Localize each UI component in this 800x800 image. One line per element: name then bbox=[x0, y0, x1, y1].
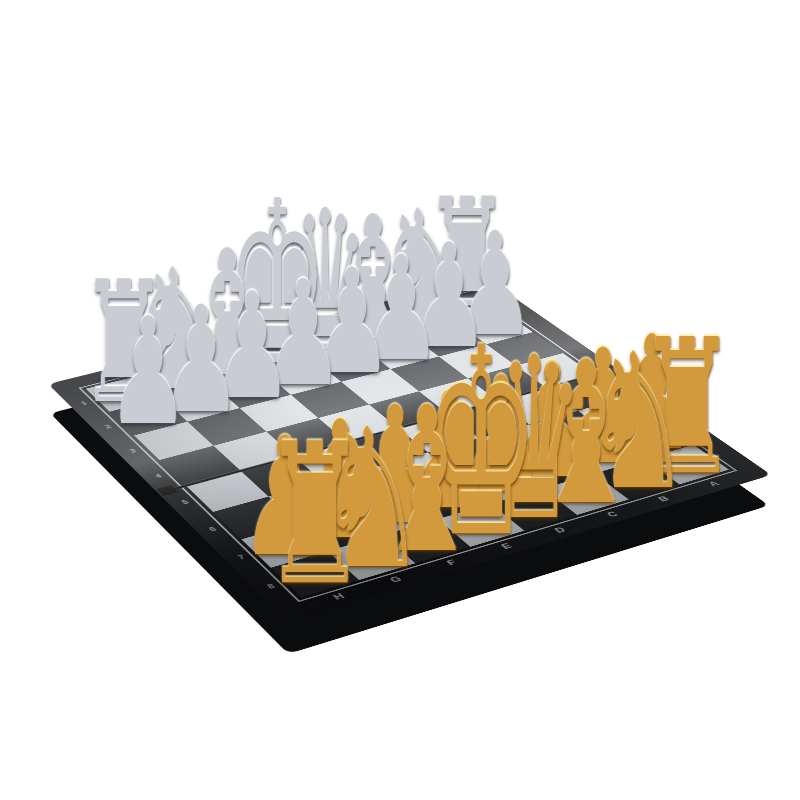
square-g4[interactable] bbox=[213, 432, 294, 471]
square-d7[interactable] bbox=[459, 463, 543, 504]
square-g7[interactable] bbox=[298, 508, 384, 551]
square-g8[interactable] bbox=[328, 535, 416, 580]
product-photo: HGFEDCBA 12345678 ♜♞♟♝♟♛♟♚♟♝♟♞♟♜♟♟♟♟♜♟♞♟… bbox=[0, 0, 800, 800]
playing-area bbox=[86, 292, 729, 597]
square-h7[interactable] bbox=[241, 523, 327, 567]
square-g5[interactable] bbox=[241, 456, 323, 496]
square-e8[interactable] bbox=[438, 504, 525, 547]
square-b8[interactable] bbox=[594, 459, 679, 500]
square-h6[interactable] bbox=[213, 497, 297, 540]
square-d6[interactable] bbox=[428, 438, 511, 477]
square-e5[interactable] bbox=[347, 428, 428, 467]
square-h5[interactable] bbox=[186, 471, 269, 512]
square-f5[interactable] bbox=[294, 442, 376, 482]
square-c8[interactable] bbox=[543, 474, 629, 515]
square-f6[interactable] bbox=[323, 467, 406, 508]
square-b7[interactable] bbox=[561, 434, 644, 473]
square-d8[interactable] bbox=[491, 488, 577, 530]
square-h4[interactable] bbox=[160, 446, 241, 486]
hinge-left bbox=[156, 485, 178, 496]
square-e6[interactable] bbox=[376, 452, 459, 492]
chess-board: HGFEDCBA 12345678 bbox=[48, 277, 772, 622]
square-f7[interactable] bbox=[352, 492, 437, 535]
square-c6[interactable] bbox=[479, 424, 561, 463]
square-h8[interactable] bbox=[271, 551, 359, 597]
square-g6[interactable] bbox=[269, 482, 353, 524]
square-f8[interactable] bbox=[383, 519, 470, 563]
square-e7[interactable] bbox=[406, 478, 491, 520]
square-c7[interactable] bbox=[510, 449, 594, 489]
square-a8[interactable] bbox=[644, 445, 729, 485]
board-squares bbox=[86, 292, 729, 597]
